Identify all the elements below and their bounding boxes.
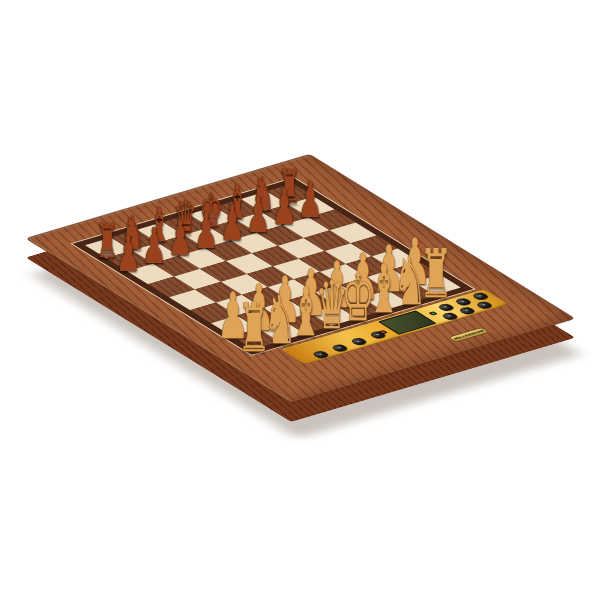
piece-black-pawn-h7[interactable]: ♟ [298,175,323,225]
piece-black-pawn-c7[interactable]: ♟ [168,213,193,263]
piece-black-pawn-b7[interactable]: ♟ [142,221,167,271]
piece-white-rook-h1[interactable]: ♜ [420,241,453,308]
piece-black-pawn-a7[interactable]: ♟ [116,229,141,279]
piece-black-pawn-g7[interactable]: ♟ [272,183,297,233]
chess-computer-photo: •••• ••• ••• MILLENNIUM ♜♞♝♛♚♝♞♜♟♟♟♟♟♟♟♟… [0,0,592,592]
pieces-layer: ♜♞♝♛♚♝♞♜♟♟♟♟♟♟♟♟♟♟♟♟♟♟♟♟♜♞♝♛♚♝♞♜ [0,0,592,592]
piece-black-pawn-f7[interactable]: ♟ [246,190,271,240]
piece-black-pawn-e7[interactable]: ♟ [220,198,245,248]
piece-black-pawn-d7[interactable]: ♟ [194,206,219,256]
